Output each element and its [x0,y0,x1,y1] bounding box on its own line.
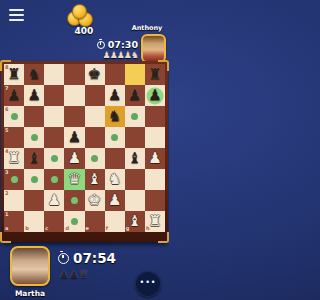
player-name: Martha [6,289,54,298]
legal-move-dot[interactable] [131,113,138,120]
square-h6[interactable] [145,106,165,127]
square-h7[interactable]: ♟ [145,85,165,106]
square-f4[interactable] [105,148,125,169]
square-b8[interactable]: ♞ [24,64,44,85]
square-d7[interactable] [64,85,84,106]
square-d6[interactable] [64,106,84,127]
square-h1[interactable]: h♜ [145,211,165,232]
square-b3[interactable] [24,169,44,190]
square-c2[interactable]: ♟ [44,190,64,211]
square-c6[interactable] [44,106,64,127]
square-e6[interactable] [85,106,105,127]
square-c8[interactable] [44,64,64,85]
captured-white-knight: ♞ [131,51,139,60]
rank-label: 7 [5,86,8,91]
file-label: f [106,226,108,231]
legal-move-dot[interactable] [71,218,78,225]
square-b1[interactable]: b [24,211,44,232]
square-e4[interactable] [85,148,105,169]
opponent-timer: 07:30 [97,39,138,50]
rank-label: 1 [5,212,8,217]
square-a6[interactable]: 6 [4,106,24,127]
piece-white-pawn[interactable]: ♟ [148,151,161,166]
square-b5[interactable] [24,127,44,148]
piece-white-pawn[interactable]: ♟ [48,193,61,208]
frame-corner-accent [0,232,11,243]
square-c5[interactable] [44,127,64,148]
piece-black-pawn[interactable]: ♟ [7,88,20,103]
square-d5[interactable]: ♟ [64,127,84,148]
square-a4[interactable]: 4♜ [4,148,24,169]
square-f5[interactable] [105,127,125,148]
square-f3[interactable]: ♞ [105,169,125,190]
square-c3[interactable] [44,169,64,190]
coins-icon [64,3,104,25]
player-timer: 07:54 [58,250,116,266]
legal-move-dot[interactable] [31,134,38,141]
square-c7[interactable] [44,85,64,106]
square-e1[interactable]: e [85,211,105,232]
square-d8[interactable] [64,64,84,85]
rank-label: 8 [5,65,8,70]
square-e8[interactable]: ♚ [85,64,105,85]
square-g4[interactable]: ♝ [125,148,145,169]
legal-move-dot[interactable] [71,197,78,204]
captured-black-pawn: ♟ [59,269,69,280]
square-a3[interactable]: 3 [4,169,24,190]
captured-black-pawn: ♟ [69,269,79,280]
piece-black-pawn[interactable]: ♟ [68,130,81,145]
piece-black-bishop[interactable]: ♝ [128,151,141,166]
file-label: e [86,226,89,231]
square-e3[interactable]: ♝ [85,169,105,190]
piece-white-rook[interactable]: ♜ [7,151,20,166]
opponent-name: Anthony [125,24,169,32]
player-timer-value: 07:54 [73,250,116,266]
legal-move-dot[interactable] [111,134,118,141]
chess-board-frame: 8♜♞♚♜7♟♟♟♟♟6♞5♟4♜♝♟♝♟3♛♝♞2♟♚♟1abcdefg♝h♜ [1,61,168,242]
piece-white-pawn[interactable]: ♟ [68,151,81,166]
square-a7[interactable]: 7♟ [4,85,24,106]
square-h4[interactable]: ♟ [145,148,165,169]
square-b6[interactable] [24,106,44,127]
legal-move-dot[interactable] [51,176,58,183]
square-h2[interactable] [145,190,165,211]
legal-move-dot[interactable] [31,176,38,183]
square-g5[interactable] [125,127,145,148]
piece-black-rook[interactable]: ♜ [148,67,161,82]
square-e5[interactable] [85,127,105,148]
clock-icon [58,253,69,264]
frame-corner-accent [158,232,169,243]
square-h3[interactable] [145,169,165,190]
piece-black-knight[interactable]: ♞ [108,109,121,124]
piece-black-rook[interactable]: ♜ [7,67,20,82]
player-captured-tray: ♟♟♛ [59,269,89,280]
square-b7[interactable]: ♟ [24,85,44,106]
legal-move-dot[interactable] [11,176,18,183]
square-f2[interactable]: ♟ [105,190,125,211]
square-a1[interactable]: 1a [4,211,24,232]
square-g8[interactable] [125,64,145,85]
piece-white-rook[interactable]: ♜ [148,214,161,229]
piece-black-knight[interactable]: ♞ [27,67,40,82]
clock-icon [97,41,105,49]
chat-button[interactable]: ••• [135,271,161,297]
piece-white-knight[interactable]: ♞ [108,172,121,187]
square-d3[interactable]: ♛ [64,169,84,190]
square-f7[interactable]: ♟ [105,85,125,106]
piece-black-pawn[interactable]: ♟ [128,88,141,103]
legal-move-dot[interactable] [11,113,18,120]
square-a8[interactable]: 8♜ [4,64,24,85]
file-label: h [146,226,150,231]
square-g2[interactable] [125,190,145,211]
piece-white-king[interactable]: ♚ [88,193,101,208]
square-b2[interactable] [24,190,44,211]
file-label: g [126,226,130,231]
rank-label: 5 [5,128,8,133]
square-f8[interactable] [105,64,125,85]
piece-black-pawn[interactable]: ♟ [148,88,161,103]
square-g7[interactable]: ♟ [125,85,145,106]
square-d2[interactable] [64,190,84,211]
piece-black-bishop[interactable]: ♝ [27,151,40,166]
file-label: b [25,226,29,231]
square-a2[interactable]: 2 [4,190,24,211]
chat-ellipsis-icon: ••• [139,279,156,287]
square-f6[interactable]: ♞ [105,106,125,127]
square-g6[interactable] [125,106,145,127]
opponent-captured-tray: ♟♟♟♟♞ [103,51,138,60]
square-a5[interactable]: 5 [4,127,24,148]
rank-label: 6 [5,107,8,112]
square-d1[interactable]: d [64,211,84,232]
square-g3[interactable] [125,169,145,190]
piece-white-pawn[interactable]: ♟ [108,193,121,208]
piece-black-king[interactable]: ♚ [88,67,101,82]
menu-hamburger-icon[interactable] [9,9,24,21]
file-label: a [5,226,8,231]
piece-black-pawn[interactable]: ♟ [108,88,121,103]
square-b4[interactable]: ♝ [24,148,44,169]
legal-move-dot[interactable] [91,155,98,162]
square-c4[interactable] [44,148,64,169]
piece-white-bishop[interactable]: ♝ [88,172,101,187]
legal-move-dot[interactable] [51,155,58,162]
square-h5[interactable] [145,127,165,148]
square-h8[interactable]: ♜ [145,64,165,85]
coin-balance: 400 [54,26,114,36]
square-e2[interactable]: ♚ [85,190,105,211]
captured-black-queen: ♛ [79,269,89,280]
square-c1[interactable]: c [44,211,64,232]
opponent-timer-value: 07:30 [108,39,138,50]
opponent-avatar[interactable] [141,34,166,63]
player-avatar[interactable] [10,246,50,286]
piece-black-pawn[interactable]: ♟ [27,88,40,103]
coin-icon [72,4,87,19]
rank-label: 4 [5,149,8,154]
square-d4[interactable]: ♟ [64,148,84,169]
chess-board[interactable]: 8♜♞♚♜7♟♟♟♟♟6♞5♟4♜♝♟♝♟3♛♝♞2♟♚♟1abcdefg♝h♜ [4,64,165,232]
square-g1[interactable]: g♝ [125,211,145,232]
rank-label: 3 [5,170,8,175]
rank-label: 2 [5,191,8,196]
piece-white-queen[interactable]: ♛ [68,172,81,187]
square-f1[interactable]: f [105,211,125,232]
file-label: d [65,226,69,231]
square-e7[interactable] [85,85,105,106]
file-label: c [45,226,48,231]
piece-white-bishop[interactable]: ♝ [128,214,141,229]
